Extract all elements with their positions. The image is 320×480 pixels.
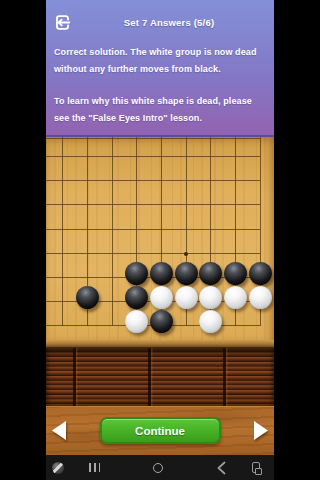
black-stone xyxy=(125,286,148,309)
back-icon[interactable] xyxy=(217,455,226,480)
black-stone xyxy=(150,262,173,285)
recents-icon[interactable] xyxy=(89,455,100,480)
home-icon[interactable] xyxy=(153,455,163,480)
message-paragraph-2: To learn why this white shape is dead, p… xyxy=(54,93,268,127)
grid-line-vertical xyxy=(112,137,113,326)
go-board[interactable] xyxy=(46,137,274,340)
white-stone xyxy=(125,310,148,333)
white-stone xyxy=(150,286,173,309)
next-arrow-icon[interactable] xyxy=(254,421,268,440)
screenshot-icon[interactable] xyxy=(252,455,260,480)
black-stone xyxy=(150,310,173,333)
black-stone xyxy=(175,262,198,285)
black-stone xyxy=(249,262,272,285)
grid-line-horizontal xyxy=(46,156,260,157)
previous-arrow-icon[interactable] xyxy=(52,421,66,440)
bottom-toolbar: Continue xyxy=(46,406,274,455)
solution-message: Correct solution. The white group is now… xyxy=(46,32,274,127)
black-stone xyxy=(125,262,148,285)
mat-seam xyxy=(148,348,151,406)
grid-line-horizontal xyxy=(46,138,260,139)
grid-line-horizontal xyxy=(46,204,260,205)
app-circle-icon[interactable] xyxy=(52,455,64,480)
grid-line-horizontal xyxy=(46,229,260,230)
black-stone xyxy=(76,286,99,309)
message-paragraph-1: Correct solution. The white group is now… xyxy=(54,44,268,78)
lesson-panel: Set 7 Answers (5/6) Correct solution. Th… xyxy=(46,0,274,137)
grid-line-horizontal xyxy=(46,253,260,254)
white-stone xyxy=(249,286,272,309)
white-stone xyxy=(199,286,222,309)
black-stone xyxy=(224,262,247,285)
mat-seam xyxy=(223,348,226,406)
header: Set 7 Answers (5/6) xyxy=(46,0,274,32)
black-stone xyxy=(199,262,222,285)
board-front-edge xyxy=(46,340,274,348)
mat-seam xyxy=(73,348,76,406)
grid-line-horizontal xyxy=(46,180,260,181)
white-stone xyxy=(199,310,222,333)
exit-back-icon[interactable] xyxy=(53,13,72,32)
white-stone xyxy=(224,286,247,309)
star-point xyxy=(184,252,188,256)
white-stone xyxy=(175,286,198,309)
app-screen: Set 7 Answers (5/6) Correct solution. Th… xyxy=(46,0,274,480)
continue-button[interactable]: Continue xyxy=(100,417,221,444)
bamboo-mat xyxy=(46,348,274,406)
page-title: Set 7 Answers (5/6) xyxy=(72,17,266,28)
grid-line-vertical xyxy=(62,137,63,326)
android-navbar xyxy=(46,455,274,480)
